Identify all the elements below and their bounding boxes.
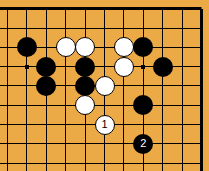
intersection[interactable] <box>0 153 17 171</box>
intersection[interactable] <box>134 18 153 37</box>
intersection[interactable] <box>192 0 209 18</box>
intersection[interactable]: 2 <box>134 134 153 153</box>
intersection[interactable] <box>114 76 133 95</box>
intersection[interactable] <box>17 18 36 37</box>
intersection[interactable] <box>17 153 36 171</box>
intersection[interactable] <box>95 18 114 37</box>
intersection[interactable] <box>134 96 153 115</box>
intersection[interactable] <box>36 38 55 57</box>
intersection[interactable] <box>153 153 172 171</box>
intersection[interactable] <box>153 134 172 153</box>
intersection[interactable] <box>192 115 209 134</box>
black-stone: 2 <box>133 134 153 154</box>
intersection[interactable] <box>114 115 133 134</box>
intersection[interactable] <box>36 153 55 171</box>
black-stone <box>133 95 153 115</box>
white-stone <box>114 37 134 57</box>
intersection[interactable] <box>36 134 55 153</box>
intersection[interactable] <box>153 76 172 95</box>
intersection[interactable] <box>153 96 172 115</box>
intersection[interactable] <box>192 153 209 171</box>
white-stone <box>114 57 134 77</box>
intersection[interactable] <box>0 38 17 57</box>
black-stone <box>36 76 56 96</box>
black-stone <box>75 76 95 96</box>
intersection[interactable] <box>17 115 36 134</box>
intersection[interactable] <box>17 96 36 115</box>
intersection[interactable] <box>173 38 192 57</box>
intersection[interactable] <box>173 57 192 76</box>
intersection[interactable] <box>56 76 75 95</box>
intersection[interactable] <box>114 18 133 37</box>
intersection[interactable] <box>134 115 153 134</box>
go-board-grid: 12 <box>0 0 209 171</box>
intersection[interactable] <box>114 57 133 76</box>
white-stone <box>56 37 76 57</box>
intersection[interactable] <box>56 18 75 37</box>
intersection[interactable] <box>134 38 153 57</box>
intersection[interactable] <box>75 18 94 37</box>
intersection[interactable] <box>192 38 209 57</box>
move-number-label: 1 <box>101 119 107 130</box>
intersection[interactable] <box>192 134 209 153</box>
intersection[interactable] <box>192 76 209 95</box>
black-stone <box>153 57 173 77</box>
intersection[interactable] <box>114 0 133 18</box>
star-point-icon <box>25 65 29 69</box>
intersection[interactable] <box>75 0 94 18</box>
intersection[interactable] <box>0 76 17 95</box>
intersection[interactable] <box>114 38 133 57</box>
intersection[interactable] <box>192 18 209 37</box>
intersection[interactable] <box>192 96 209 115</box>
intersection[interactable] <box>75 153 94 171</box>
intersection[interactable] <box>192 57 209 76</box>
intersection[interactable] <box>153 18 172 37</box>
move-number-label: 2 <box>140 138 146 149</box>
intersection[interactable] <box>56 134 75 153</box>
white-stone <box>95 76 115 96</box>
intersection[interactable] <box>17 134 36 153</box>
intersection[interactable]: 1 <box>95 115 114 134</box>
star-point-icon <box>141 65 145 69</box>
white-stone <box>75 95 95 115</box>
intersection[interactable] <box>153 57 172 76</box>
intersection[interactable] <box>56 96 75 115</box>
intersection[interactable] <box>173 115 192 134</box>
intersection[interactable] <box>17 0 36 18</box>
intersection[interactable] <box>134 57 153 76</box>
intersection[interactable] <box>17 38 36 57</box>
white-stone: 1 <box>95 115 115 135</box>
intersection[interactable] <box>36 115 55 134</box>
intersection[interactable] <box>114 96 133 115</box>
intersection[interactable] <box>75 38 94 57</box>
intersection[interactable] <box>36 76 55 95</box>
black-stone <box>17 37 37 57</box>
intersection[interactable] <box>95 38 114 57</box>
intersection[interactable] <box>173 0 192 18</box>
intersection[interactable] <box>0 0 17 18</box>
intersection[interactable] <box>0 115 17 134</box>
intersection[interactable] <box>17 57 36 76</box>
intersection[interactable] <box>56 0 75 18</box>
intersection[interactable] <box>0 96 17 115</box>
intersection[interactable] <box>36 0 55 18</box>
intersection[interactable] <box>75 96 94 115</box>
intersection[interactable] <box>134 76 153 95</box>
intersection[interactable] <box>95 134 114 153</box>
intersection[interactable] <box>56 153 75 171</box>
intersection[interactable] <box>134 0 153 18</box>
intersection[interactable] <box>0 57 17 76</box>
intersection[interactable] <box>153 115 172 134</box>
intersection[interactable] <box>0 18 17 37</box>
black-stone <box>133 37 153 57</box>
intersection[interactable] <box>173 134 192 153</box>
intersection[interactable] <box>56 115 75 134</box>
intersection[interactable] <box>36 57 55 76</box>
intersection[interactable] <box>95 57 114 76</box>
black-stone <box>75 57 95 77</box>
intersection[interactable] <box>173 18 192 37</box>
intersection[interactable] <box>153 0 172 18</box>
intersection[interactable] <box>95 76 114 95</box>
intersection[interactable] <box>134 153 153 171</box>
intersection[interactable] <box>0 134 17 153</box>
intersection[interactable] <box>17 76 36 95</box>
go-diagram: 12 <box>0 0 209 171</box>
black-stone <box>36 57 56 77</box>
intersection[interactable] <box>173 96 192 115</box>
intersection[interactable] <box>173 76 192 95</box>
intersection[interactable] <box>95 0 114 18</box>
intersection[interactable] <box>75 76 94 95</box>
intersection[interactable] <box>114 134 133 153</box>
intersection[interactable] <box>56 38 75 57</box>
intersection[interactable] <box>153 38 172 57</box>
intersection[interactable] <box>75 134 94 153</box>
intersection[interactable] <box>95 96 114 115</box>
intersection[interactable] <box>36 96 55 115</box>
intersection[interactable] <box>36 18 55 37</box>
intersection[interactable] <box>75 115 94 134</box>
intersection[interactable] <box>75 57 94 76</box>
intersection[interactable] <box>95 153 114 171</box>
white-stone <box>75 37 95 57</box>
intersection[interactable] <box>56 57 75 76</box>
intersection[interactable] <box>114 153 133 171</box>
intersection[interactable] <box>173 153 192 171</box>
